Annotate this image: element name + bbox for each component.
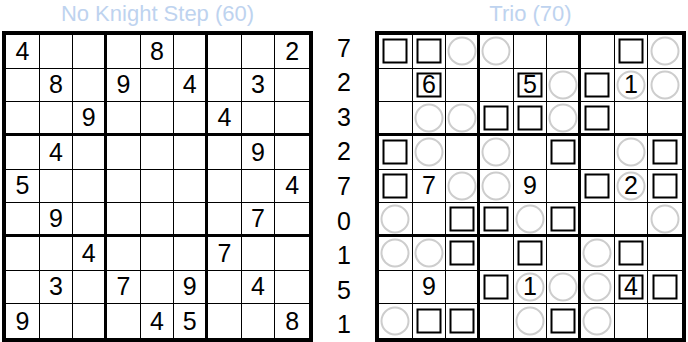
trio-cell-r3c9[interactable] [648,102,682,136]
trio-cell-r1c6[interactable] [547,35,581,69]
trio-cell-r7c6[interactable] [547,237,581,271]
trio-cell-r3c1[interactable] [379,102,413,136]
nks-cell-r4c1[interactable] [6,136,40,170]
puzzle-page: No Knight Step (60) Trio (70) 4828943944… [0,0,688,342]
trio-cell-r7c2[interactable] [413,237,447,271]
nks-cell-r5c6[interactable] [174,170,208,204]
nks-cell-r7c8[interactable] [242,237,276,271]
trio-cell-r6c3[interactable] [446,203,480,237]
trio-cell-r4c8[interactable] [615,136,649,170]
trio-cell-r4c7[interactable] [581,136,615,170]
row-label-2: 2 [313,66,375,101]
trio-cell-r2c1[interactable] [379,69,413,103]
trio-cell-r7c9[interactable] [648,237,682,271]
trio-cell-r5c4[interactable] [480,170,514,204]
trio-cell-r9c6[interactable] [547,304,581,338]
circle-marker [381,307,410,336]
trio-cell-r6c5[interactable] [514,203,548,237]
trio-cell-r8c8[interactable]: 4 [615,271,649,305]
trio-cell-r8c7[interactable] [581,271,615,305]
nks-cell-r8c7[interactable] [208,271,242,305]
trio-cell-r3c5[interactable] [514,102,548,136]
circle-marker [651,37,680,66]
circle-marker [414,103,443,132]
nks-cell-r2c3[interactable] [73,69,107,103]
nks-cell-r9c3[interactable] [73,304,107,338]
trio-cell-r9c2[interactable] [413,304,447,338]
trio-cell-r7c8[interactable] [615,237,649,271]
given-digit: 1 [523,274,537,299]
nks-cell-r8c9[interactable] [275,271,309,305]
trio-cell-r1c8[interactable] [615,35,649,69]
nks-cell-r7c4[interactable] [107,237,141,271]
nks-cell-r1c2[interactable] [40,35,74,69]
nks-cell-r4c9[interactable] [275,136,309,170]
trio-cell-r4c1[interactable] [379,136,413,170]
trio-cell-r7c4[interactable] [480,237,514,271]
nks-cell-r1c8[interactable] [242,35,276,69]
nks-cell-r5c9[interactable]: 4 [275,170,309,204]
trio-cell-r6c2[interactable] [413,203,447,237]
nks-cell-r5c1[interactable]: 5 [6,170,40,204]
square-marker [416,39,441,64]
sudoku-grid-no-knight-step: 4828943944954974737949458 [2,31,313,342]
nks-cell-r6c1[interactable] [6,203,40,237]
circle-marker [548,103,577,132]
given-digit: 4 [285,173,299,198]
trio-cell-r7c1[interactable] [379,237,413,271]
square-marker [484,105,509,130]
row-label-8: 5 [313,273,375,308]
row-label-4: 2 [313,135,375,170]
nks-cell-r4c7[interactable] [208,136,242,170]
given-digit: 8 [150,39,164,64]
trio-cell-r1c9[interactable] [648,35,682,69]
given-digit: 4 [15,39,29,64]
trio-cell-r9c7[interactable] [581,304,615,338]
circle-marker [381,239,410,268]
nks-cell-r6c8[interactable]: 7 [242,203,276,237]
trio-cell-r6c1[interactable] [379,203,413,237]
trio-cell-r5c7[interactable] [581,170,615,204]
row-label-5: 7 [313,169,375,204]
circle-marker [616,138,645,167]
square-marker [449,309,474,334]
trio-cell-r2c3[interactable] [446,69,480,103]
nks-cell-r2c5[interactable] [141,69,175,103]
nks-cell-r3c1[interactable] [6,102,40,136]
nks-cell-r5c3[interactable] [73,170,107,204]
nks-cell-r9c2[interactable] [40,304,74,338]
trio-cell-r5c3[interactable] [446,170,480,204]
given-digit: 9 [15,309,29,334]
circle-marker [482,37,511,66]
sudoku-grid-trio: 651792914 [375,31,686,342]
trio-cell-r4c3[interactable] [446,136,480,170]
nks-cell-r9c5[interactable]: 4 [141,304,175,338]
trio-cell-r4c5[interactable] [514,136,548,170]
nks-cell-r8c3[interactable] [73,271,107,305]
row-label-9: 1 [313,307,375,342]
given-digit: 4 [82,241,96,266]
trio-cell-r3c6[interactable] [547,102,581,136]
right-puzzle-title: Trio (70) [375,0,686,28]
trio-cell-r2c4[interactable] [480,69,514,103]
square-marker [550,206,575,231]
given-digit: 7 [251,206,265,231]
square-marker [653,173,678,198]
square-marker [517,105,542,130]
nks-cell-r9c9[interactable]: 8 [275,304,309,338]
given-digit: 8 [285,309,299,334]
nks-cell-r2c8[interactable]: 3 [242,69,276,103]
nks-cell-r5c2[interactable] [40,170,74,204]
circle-marker [548,70,577,99]
nks-cell-r6c4[interactable] [107,203,141,237]
trio-cell-r8c3[interactable] [446,271,480,305]
trio-cell-r6c8[interactable] [615,203,649,237]
nks-cell-r2c2[interactable]: 8 [40,69,74,103]
nks-cell-r4c8[interactable]: 9 [242,136,276,170]
trio-cell-r7c5[interactable] [514,237,548,271]
trio-cell-r2c2[interactable]: 6 [413,69,447,103]
trio-cell-r3c3[interactable] [446,102,480,136]
nks-cell-r4c5[interactable] [141,136,175,170]
trio-cell-r8c1[interactable] [379,271,413,305]
nks-cell-r8c6[interactable]: 9 [174,271,208,305]
nks-cell-r4c2[interactable]: 4 [40,136,74,170]
trio-cell-r2c6[interactable] [547,69,581,103]
nks-cell-r2c7[interactable] [208,69,242,103]
given-digit: 7 [422,173,436,198]
nks-cell-r6c3[interactable] [73,203,107,237]
given-digit: 9 [116,72,130,97]
circle-marker [414,138,443,167]
circle-marker [651,204,680,233]
trio-cell-r1c2[interactable] [413,35,447,69]
trio-cell-r7c3[interactable] [446,237,480,271]
given-digit: 9 [183,274,197,299]
square-marker [383,140,408,165]
square-marker [653,140,678,165]
nks-cell-r1c5[interactable]: 8 [141,35,175,69]
nks-cell-r5c8[interactable] [242,170,276,204]
given-digit: 7 [217,241,231,266]
nks-cell-r3c4[interactable] [107,102,141,136]
nks-cell-r3c9[interactable] [275,102,309,136]
trio-cell-r9c3[interactable] [446,304,480,338]
given-digit: 4 [251,274,265,299]
nks-cell-r7c3[interactable]: 4 [73,237,107,271]
square-marker [653,274,678,299]
trio-cell-r9c9[interactable] [648,304,682,338]
given-digit: 9 [82,105,96,130]
given-digit: 4 [624,274,638,299]
nks-cell-r9c8[interactable] [242,304,276,338]
trio-cell-r1c1[interactable] [379,35,413,69]
nks-cell-r9c1[interactable]: 9 [6,304,40,338]
nks-cell-r3c2[interactable] [40,102,74,136]
given-digit: 5 [523,72,537,97]
square-marker [550,140,575,165]
nks-cell-r6c7[interactable] [208,203,242,237]
square-marker [550,309,575,334]
nks-cell-r8c4[interactable]: 7 [107,271,141,305]
trio-cell-r6c4[interactable] [480,203,514,237]
nks-cell-r7c9[interactable] [275,237,309,271]
trio-cell-r8c9[interactable] [648,271,682,305]
circle-marker [583,239,612,268]
nks-cell-r8c5[interactable] [141,271,175,305]
square-marker [383,173,408,198]
nks-cell-r7c7[interactable]: 7 [208,237,242,271]
nks-cell-r4c3[interactable] [73,136,107,170]
trio-cell-r1c4[interactable] [480,35,514,69]
square-marker [517,241,542,266]
square-marker [449,206,474,231]
nks-cell-r8c8[interactable]: 4 [242,271,276,305]
nks-cell-r9c6[interactable]: 5 [174,304,208,338]
trio-cell-r5c9[interactable] [648,170,682,204]
nks-cell-r7c2[interactable] [40,237,74,271]
nks-cell-r3c6[interactable] [174,102,208,136]
nks-cell-r3c5[interactable] [141,102,175,136]
nks-cell-r1c4[interactable] [107,35,141,69]
trio-cell-r2c5[interactable]: 5 [514,69,548,103]
trio-cell-r1c3[interactable] [446,35,480,69]
nks-cell-r1c6[interactable] [174,35,208,69]
nks-cell-r2c1[interactable] [6,69,40,103]
trio-cell-r2c9[interactable] [648,69,682,103]
trio-cell-r6c6[interactable] [547,203,581,237]
given-digit: 8 [49,72,63,97]
circle-marker [381,204,410,233]
trio-cell-r7c7[interactable] [581,237,615,271]
square-marker [484,274,509,299]
trio-cell-r3c4[interactable] [480,102,514,136]
nks-cell-r2c6[interactable]: 4 [174,69,208,103]
nks-cell-r7c6[interactable] [174,237,208,271]
nks-cell-r1c3[interactable] [73,35,107,69]
given-digit: 2 [624,173,638,198]
given-digit: 4 [150,309,164,334]
trio-cell-r8c5[interactable]: 1 [514,271,548,305]
trio-cell-r3c7[interactable] [581,102,615,136]
square-marker [484,206,509,231]
nks-cell-r5c4[interactable] [107,170,141,204]
trio-cell-r8c2[interactable]: 9 [413,271,447,305]
trio-cell-r8c6[interactable] [547,271,581,305]
nks-cell-r7c5[interactable] [141,237,175,271]
nks-cell-r1c9[interactable]: 2 [275,35,309,69]
trio-cell-r5c1[interactable] [379,170,413,204]
circle-marker [414,239,443,268]
trio-cell-r5c8[interactable]: 2 [615,170,649,204]
nks-cell-r5c7[interactable] [208,170,242,204]
nks-cell-r3c3[interactable]: 9 [73,102,107,136]
nks-cell-r1c1[interactable]: 4 [6,35,40,69]
left-puzzle-title: No Knight Step (60) [2,0,313,28]
trio-cell-r2c7[interactable] [581,69,615,103]
nks-cell-r2c4[interactable]: 9 [107,69,141,103]
trio-cell-r1c5[interactable] [514,35,548,69]
nks-cell-r3c8[interactable] [242,102,276,136]
circle-marker [515,204,544,233]
nks-cell-r6c5[interactable] [141,203,175,237]
circle-marker [482,138,511,167]
trio-cell-r9c1[interactable] [379,304,413,338]
trio-cell-r9c5[interactable] [514,304,548,338]
circle-marker [447,37,476,66]
nks-cell-r9c7[interactable] [208,304,242,338]
square-marker [618,39,643,64]
given-digit: 4 [183,72,197,97]
nks-cell-r7c1[interactable] [6,237,40,271]
trio-cell-r5c5[interactable]: 9 [514,170,548,204]
given-digit: 9 [251,140,265,165]
given-digit: 4 [217,105,231,130]
row-label-1: 7 [313,31,375,66]
given-digit: 9 [523,173,537,198]
circle-marker [548,272,577,301]
trio-cell-r3c8[interactable] [615,102,649,136]
trio-cell-r4c9[interactable] [648,136,682,170]
given-digit: 6 [422,72,436,97]
circle-marker [583,307,612,336]
nks-cell-r6c2[interactable]: 9 [40,203,74,237]
trio-cell-r9c8[interactable] [615,304,649,338]
nks-cell-r3c7[interactable]: 4 [208,102,242,136]
trio-cell-r5c6[interactable] [547,170,581,204]
row-label-7: 1 [313,238,375,273]
trio-cell-r5c2[interactable]: 7 [413,170,447,204]
circle-marker [447,103,476,132]
given-digit: 9 [422,274,436,299]
trio-cell-r6c9[interactable] [648,203,682,237]
given-digit: 1 [624,72,638,97]
trio-cell-r4c4[interactable] [480,136,514,170]
square-marker [416,309,441,334]
given-digit: 5 [183,309,197,334]
row-label-6: 0 [313,204,375,239]
given-digit: 2 [285,39,299,64]
circle-marker [515,307,544,336]
given-digit: 7 [116,274,130,299]
trio-cell-r4c2[interactable] [413,136,447,170]
square-marker [449,241,474,266]
row-label-3: 3 [313,100,375,135]
given-digit: 4 [49,140,63,165]
given-digit: 5 [15,173,29,198]
nks-cell-r8c2[interactable]: 3 [40,271,74,305]
circle-marker [651,70,680,99]
square-marker [618,241,643,266]
nks-cell-r1c7[interactable] [208,35,242,69]
row-label-column: 723270151 [313,31,375,342]
trio-cell-r3c2[interactable] [413,102,447,136]
square-marker [585,173,610,198]
square-marker [383,39,408,64]
trio-cell-r8c4[interactable] [480,271,514,305]
given-digit: 3 [251,72,265,97]
trio-cell-r4c6[interactable] [547,136,581,170]
nks-cell-r4c6[interactable] [174,136,208,170]
trio-cell-r2c8[interactable]: 1 [615,69,649,103]
nks-cell-r5c5[interactable] [141,170,175,204]
trio-cell-r6c7[interactable] [581,203,615,237]
nks-cell-r9c4[interactable] [107,304,141,338]
nks-cell-r4c4[interactable] [107,136,141,170]
given-digit: 9 [49,206,63,231]
trio-cell-r9c4[interactable] [480,304,514,338]
nks-cell-r8c1[interactable] [6,271,40,305]
square-marker [585,105,610,130]
nks-cell-r2c9[interactable] [275,69,309,103]
circle-marker [583,272,612,301]
given-digit: 3 [49,274,63,299]
nks-cell-r6c9[interactable] [275,203,309,237]
circle-marker [482,171,511,200]
trio-cell-r1c7[interactable] [581,35,615,69]
circle-marker [447,171,476,200]
nks-cell-r6c6[interactable] [174,203,208,237]
square-marker [585,72,610,97]
